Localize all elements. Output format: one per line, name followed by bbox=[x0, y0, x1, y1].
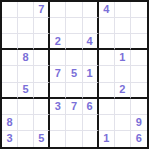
cell-r9c1-given[interactable]: 3 bbox=[2, 131, 18, 147]
cell-r7c5-given[interactable]: 7 bbox=[66, 99, 82, 115]
cell-r3c6-given[interactable]: 4 bbox=[83, 34, 99, 50]
cell-r5c3-empty[interactable] bbox=[34, 66, 50, 82]
cell-r5c6-given[interactable]: 1 bbox=[83, 66, 99, 82]
cell-r2c4-empty[interactable] bbox=[50, 18, 66, 34]
cell-r5c7-empty[interactable] bbox=[99, 66, 115, 82]
cell-r3c5-empty[interactable] bbox=[66, 34, 82, 50]
cell-r4c7-empty[interactable] bbox=[99, 50, 115, 66]
cell-r2c3-empty[interactable] bbox=[34, 18, 50, 34]
cell-r4c6-empty[interactable] bbox=[83, 50, 99, 66]
cell-r1c3-given[interactable]: 7 bbox=[34, 2, 50, 18]
cell-r7c9-empty[interactable] bbox=[131, 99, 147, 115]
cell-r3c1-empty[interactable] bbox=[2, 34, 18, 50]
cell-r6c3-empty[interactable] bbox=[34, 83, 50, 99]
cell-r8c4-empty[interactable] bbox=[50, 115, 66, 131]
cell-r4c4-empty[interactable] bbox=[50, 50, 66, 66]
cell-r6c5-empty[interactable] bbox=[66, 83, 82, 99]
cell-r2c9-empty[interactable] bbox=[131, 18, 147, 34]
cell-r3c3-empty[interactable] bbox=[34, 34, 50, 50]
cell-r1c1-empty[interactable] bbox=[2, 2, 18, 18]
cell-r8c5-empty[interactable] bbox=[66, 115, 82, 131]
cell-r8c6-empty[interactable] bbox=[83, 115, 99, 131]
cell-r4c8-given[interactable]: 1 bbox=[115, 50, 131, 66]
cell-r2c5-empty[interactable] bbox=[66, 18, 82, 34]
cell-r9c4-empty[interactable] bbox=[50, 131, 66, 147]
sudoku-page: 74248175152376893516 bbox=[0, 0, 150, 150]
cell-r4c3-empty[interactable] bbox=[34, 50, 50, 66]
cell-r4c5-empty[interactable] bbox=[66, 50, 82, 66]
cell-r5c8-empty[interactable] bbox=[115, 66, 131, 82]
cell-r7c8-empty[interactable] bbox=[115, 99, 131, 115]
cell-r2c2-empty[interactable] bbox=[18, 18, 34, 34]
cell-r6c1-empty[interactable] bbox=[2, 83, 18, 99]
cell-r1c6-empty[interactable] bbox=[83, 2, 99, 18]
cell-r5c1-empty[interactable] bbox=[2, 66, 18, 82]
cell-r2c6-empty[interactable] bbox=[83, 18, 99, 34]
cell-r7c6-given[interactable]: 6 bbox=[83, 99, 99, 115]
cell-r9c6-empty[interactable] bbox=[83, 131, 99, 147]
cell-r4c1-empty[interactable] bbox=[2, 50, 18, 66]
cell-r9c7-given[interactable]: 1 bbox=[99, 131, 115, 147]
cell-r9c2-empty[interactable] bbox=[18, 131, 34, 147]
cell-r9c5-empty[interactable] bbox=[66, 131, 82, 147]
cell-r8c8-empty[interactable] bbox=[115, 115, 131, 131]
cell-r3c9-empty[interactable] bbox=[131, 34, 147, 50]
cell-r1c8-empty[interactable] bbox=[115, 2, 131, 18]
cell-r8c2-empty[interactable] bbox=[18, 115, 34, 131]
cell-r6c9-empty[interactable] bbox=[131, 83, 147, 99]
cell-r9c8-empty[interactable] bbox=[115, 131, 131, 147]
cell-r5c4-given[interactable]: 7 bbox=[50, 66, 66, 82]
cell-r2c7-empty[interactable] bbox=[99, 18, 115, 34]
cell-r3c7-empty[interactable] bbox=[99, 34, 115, 50]
cell-r3c8-empty[interactable] bbox=[115, 34, 131, 50]
sudoku-board: 74248175152376893516 bbox=[0, 0, 149, 149]
cell-r9c9-given[interactable]: 6 bbox=[131, 131, 147, 147]
cell-r4c2-given[interactable]: 8 bbox=[18, 50, 34, 66]
cell-r8c7-empty[interactable] bbox=[99, 115, 115, 131]
cell-r1c4-empty[interactable] bbox=[50, 2, 66, 18]
cell-r8c3-empty[interactable] bbox=[34, 115, 50, 131]
cell-r2c1-empty[interactable] bbox=[2, 18, 18, 34]
cell-r7c2-empty[interactable] bbox=[18, 99, 34, 115]
cell-r6c7-empty[interactable] bbox=[99, 83, 115, 99]
cell-r7c7-empty[interactable] bbox=[99, 99, 115, 115]
cell-r1c2-empty[interactable] bbox=[18, 2, 34, 18]
cell-r1c7-given[interactable]: 4 bbox=[99, 2, 115, 18]
cell-r4c9-empty[interactable] bbox=[131, 50, 147, 66]
cell-r5c2-empty[interactable] bbox=[18, 66, 34, 82]
cell-r7c3-empty[interactable] bbox=[34, 99, 50, 115]
cell-r3c4-given[interactable]: 2 bbox=[50, 34, 66, 50]
cell-r9c3-given[interactable]: 5 bbox=[34, 131, 50, 147]
cell-r6c6-empty[interactable] bbox=[83, 83, 99, 99]
cell-r6c4-empty[interactable] bbox=[50, 83, 66, 99]
cell-r1c9-empty[interactable] bbox=[131, 2, 147, 18]
cell-r5c5-given[interactable]: 5 bbox=[66, 66, 82, 82]
cell-r5c9-empty[interactable] bbox=[131, 66, 147, 82]
cell-r3c2-empty[interactable] bbox=[18, 34, 34, 50]
cell-r7c1-empty[interactable] bbox=[2, 99, 18, 115]
cell-r7c4-given[interactable]: 3 bbox=[50, 99, 66, 115]
cell-r8c9-given[interactable]: 9 bbox=[131, 115, 147, 131]
cell-r6c8-given[interactable]: 2 bbox=[115, 83, 131, 99]
cell-r6c2-given[interactable]: 5 bbox=[18, 83, 34, 99]
cell-r8c1-given[interactable]: 8 bbox=[2, 115, 18, 131]
cell-r2c8-empty[interactable] bbox=[115, 18, 131, 34]
cell-r1c5-empty[interactable] bbox=[66, 2, 82, 18]
